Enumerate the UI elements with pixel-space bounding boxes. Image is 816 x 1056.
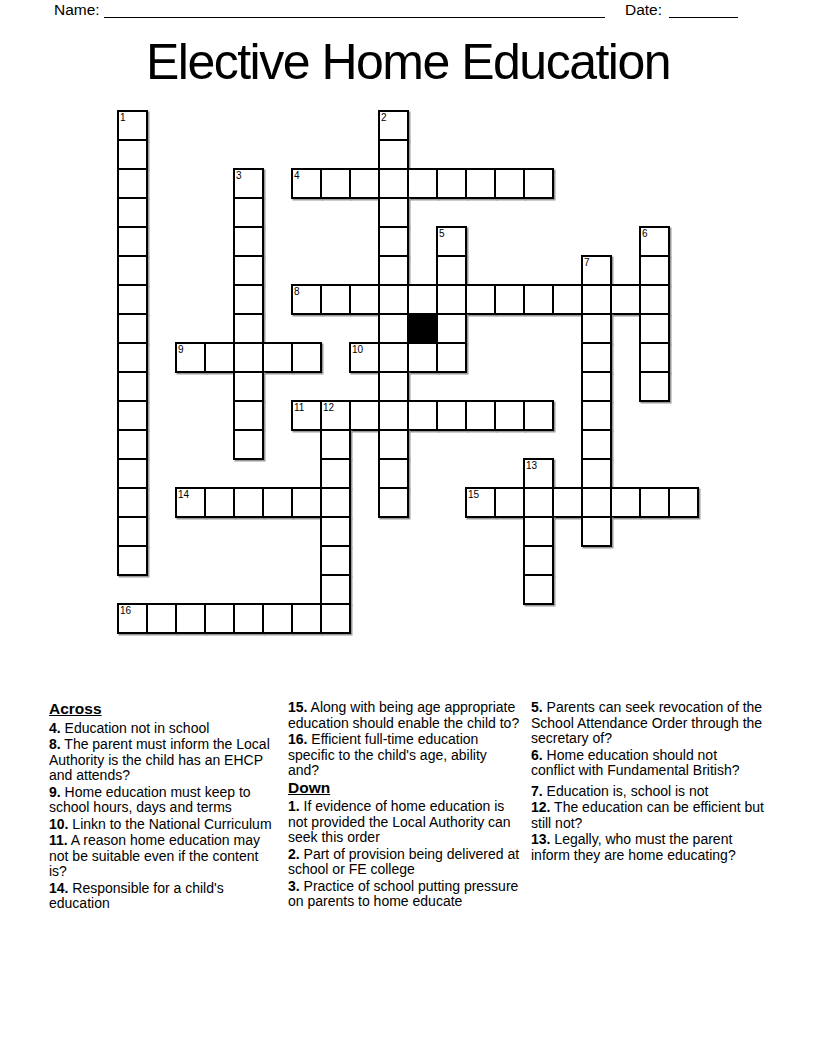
grid-cell[interactable] — [639, 284, 670, 315]
clue: 12. The education can be efficient but s… — [531, 800, 764, 831]
grid-cell[interactable] — [349, 284, 380, 315]
grid-cell[interactable] — [117, 168, 148, 199]
grid-cell[interactable] — [378, 226, 409, 257]
grid-cell[interactable] — [146, 603, 177, 634]
grid-cell[interactable] — [378, 139, 409, 170]
grid-cell[interactable] — [349, 400, 380, 431]
grid-cell[interactable] — [117, 197, 148, 228]
grid-cell[interactable] — [639, 255, 670, 286]
grid-cell[interactable] — [378, 487, 409, 518]
grid-cell[interactable] — [378, 284, 409, 315]
grid-cell[interactable] — [436, 284, 467, 315]
grid-cell[interactable] — [117, 545, 148, 576]
grid-cell[interactable] — [436, 168, 467, 199]
grid-cell[interactable] — [320, 545, 351, 576]
grid-cell[interactable] — [320, 516, 351, 547]
grid-cell[interactable] — [233, 400, 264, 431]
puzzle-title: Elective Home Education — [0, 33, 816, 91]
grid-cell[interactable] — [320, 458, 351, 489]
grid-cell[interactable] — [378, 313, 409, 344]
grid-cell[interactable] — [465, 284, 496, 315]
clue-number: 10. — [49, 816, 68, 832]
clue-column-2: 15. Along with being age appropriate edu… — [288, 700, 521, 913]
grid-cell[interactable] — [552, 284, 583, 315]
grid-cell[interactable] — [117, 400, 148, 431]
clue: 16. Efficient full-time education specif… — [288, 732, 521, 779]
grid-cell[interactable] — [581, 516, 612, 547]
cell-number: 3 — [236, 171, 242, 181]
cell-number: 8 — [294, 287, 300, 297]
clue-number: 9. — [49, 784, 61, 800]
grid-cell[interactable] — [494, 284, 525, 315]
date-label: Date: — [625, 1, 662, 18]
grid-cell[interactable] — [523, 487, 554, 518]
grid-cell[interactable] — [581, 313, 612, 344]
grid-cell-black — [407, 313, 438, 344]
grid-cell[interactable] — [407, 342, 438, 373]
cell-number: 15 — [468, 490, 479, 500]
clue-number: 3. — [288, 878, 300, 894]
clue-list-heading: Down — [288, 780, 521, 796]
grid-cell[interactable] — [233, 284, 264, 315]
worksheet-page: Name: Date: Elective Home Education 1234… — [0, 0, 816, 1056]
clue-number: 16. — [288, 731, 307, 747]
grid-cell[interactable] — [233, 429, 264, 460]
clue: 4. Education not in school — [49, 721, 278, 737]
grid-cell[interactable] — [204, 487, 235, 518]
grid-cell[interactable] — [349, 168, 380, 199]
clues-section: Across4. Education not in school8. The p… — [49, 700, 768, 913]
grid-cell[interactable] — [378, 197, 409, 228]
grid-cell[interactable] — [523, 168, 554, 199]
grid-cell[interactable] — [523, 284, 554, 315]
clue-column-3: 5. Parents can seek revocation of the Sc… — [531, 700, 764, 913]
clue: 1. If evidence of home education is not … — [288, 799, 521, 846]
grid-cell[interactable] — [117, 429, 148, 460]
clue-column-1: Across4. Education not in school8. The p… — [49, 700, 278, 913]
grid-cell[interactable] — [378, 400, 409, 431]
cell-number: 14 — [178, 490, 189, 500]
cell-number: 6 — [642, 229, 648, 239]
cell-number: 9 — [178, 345, 184, 355]
cell-number: 11 — [294, 403, 304, 413]
name-label: Name: — [54, 1, 100, 18]
clue-list-heading: Across — [49, 701, 278, 717]
grid-cell[interactable] — [291, 487, 322, 518]
grid-cell[interactable] — [581, 400, 612, 431]
grid-cell[interactable] — [117, 226, 148, 257]
grid-cell[interactable] — [523, 574, 554, 605]
grid-cell[interactable] — [610, 487, 641, 518]
grid-cell[interactable] — [494, 400, 525, 431]
grid-cell[interactable] — [494, 487, 525, 518]
grid-cell[interactable] — [204, 342, 235, 373]
name-fill-line[interactable] — [104, 0, 605, 18]
clue: 15. Along with being age appropriate edu… — [288, 700, 521, 731]
grid-cell[interactable] — [436, 313, 467, 344]
crossword-grid: 12345678910111213141516 — [117, 110, 699, 634]
grid-cell[interactable] — [407, 168, 438, 199]
grid-cell[interactable] — [378, 458, 409, 489]
grid-cell[interactable] — [320, 487, 351, 518]
grid-cell[interactable] — [523, 400, 554, 431]
clue-number: 13. — [531, 831, 550, 847]
grid-cell[interactable] — [581, 487, 612, 518]
grid-cell[interactable] — [378, 371, 409, 402]
cell-number: 7 — [584, 258, 590, 268]
clue-number: 5. — [531, 699, 543, 715]
clue-number: 6. — [531, 747, 543, 763]
grid-cell[interactable] — [639, 313, 670, 344]
grid-cell[interactable] — [262, 342, 293, 373]
clue-number: 11. — [49, 832, 68, 848]
grid-cell[interactable] — [175, 603, 206, 634]
grid-cell[interactable] — [610, 284, 641, 315]
grid-cell[interactable] — [581, 429, 612, 460]
grid-cell[interactable] — [320, 168, 351, 199]
grid-cell[interactable] — [639, 371, 670, 402]
grid-cell[interactable] — [378, 168, 409, 199]
grid-cell[interactable] — [465, 168, 496, 199]
clue-number: 2. — [288, 846, 300, 862]
cell-number: 1 — [120, 113, 126, 123]
grid-cell[interactable] — [233, 255, 264, 286]
grid-cell[interactable] — [233, 226, 264, 257]
clue: 10. Linkn to the National Curriculum — [49, 817, 278, 833]
grid-cell[interactable] — [523, 516, 554, 547]
clue-number: 12. — [531, 799, 550, 815]
clue-number: 15. — [288, 699, 307, 715]
cell-number: 4 — [294, 171, 300, 181]
grid-cell[interactable] — [523, 545, 554, 576]
grid-cell[interactable] — [291, 342, 322, 373]
grid-cell[interactable] — [320, 429, 351, 460]
grid-cell[interactable] — [436, 400, 467, 431]
grid-cell[interactable] — [117, 139, 148, 170]
grid-cell[interactable] — [320, 284, 351, 315]
grid-cell[interactable] — [552, 487, 583, 518]
grid-cell[interactable] — [233, 603, 264, 634]
grid-cell[interactable] — [581, 458, 612, 489]
grid-cell[interactable] — [320, 574, 351, 605]
clue-number: 4. — [49, 720, 61, 736]
grid-cell[interactable] — [639, 487, 670, 518]
grid-cell[interactable] — [320, 603, 351, 634]
grid-cell[interactable] — [117, 487, 148, 518]
cell-number: 16 — [120, 606, 131, 616]
grid-cell[interactable] — [204, 603, 235, 634]
cell-number: 5 — [439, 229, 445, 239]
clue: 8. The parent must inform the Local Auth… — [49, 737, 278, 784]
grid-cell[interactable] — [233, 313, 264, 344]
grid-cell[interactable] — [117, 255, 148, 286]
grid-cell[interactable] — [233, 197, 264, 228]
grid-cell[interactable] — [117, 371, 148, 402]
clue-number: 7. — [531, 783, 543, 799]
grid-cell[interactable] — [668, 487, 699, 518]
grid-cell[interactable] — [117, 458, 148, 489]
grid-cell[interactable] — [233, 342, 264, 373]
cell-number: 12 — [323, 403, 334, 413]
clue-number: 14. — [49, 880, 68, 896]
clue: 5. Parents can seek revocation of the Sc… — [531, 700, 764, 747]
clue: 9. Home education must keep to school ho… — [49, 785, 278, 816]
grid-cell[interactable] — [407, 400, 438, 431]
clue-number: 8. — [49, 736, 61, 752]
grid-cell[interactable] — [581, 284, 612, 315]
grid-cell[interactable] — [639, 342, 670, 373]
cell-number: 13 — [526, 461, 537, 471]
grid-cell[interactable] — [436, 255, 467, 286]
cell-number: 2 — [381, 113, 387, 123]
grid-cell[interactable] — [117, 342, 148, 373]
clue: 13. Legally, who must the parent inform … — [531, 832, 764, 863]
grid-cell[interactable] — [581, 342, 612, 373]
grid-cell[interactable] — [117, 313, 148, 344]
grid-cell[interactable] — [262, 603, 293, 634]
clue: 6. Home education should not conflict wi… — [531, 748, 764, 779]
grid-cell[interactable] — [262, 487, 293, 518]
date-fill-line[interactable] — [669, 0, 738, 18]
grid-cell[interactable] — [494, 168, 525, 199]
clue: 2. Part of provision being delivered at … — [288, 847, 521, 878]
grid-cell[interactable] — [378, 342, 409, 373]
grid-cell[interactable] — [233, 371, 264, 402]
grid-cell[interactable] — [378, 255, 409, 286]
grid-cell[interactable] — [407, 284, 438, 315]
grid-cell[interactable] — [233, 487, 264, 518]
grid-cell[interactable] — [117, 516, 148, 547]
grid-cell[interactable] — [581, 371, 612, 402]
clue: 7. Education is, school is not — [531, 784, 764, 800]
cell-number: 10 — [352, 345, 363, 355]
clue-number: 1. — [288, 798, 300, 814]
grid-cell[interactable] — [436, 342, 467, 373]
grid-cell[interactable] — [378, 429, 409, 460]
grid-cell[interactable] — [117, 284, 148, 315]
grid-cell[interactable] — [291, 603, 322, 634]
clue: 11. A reason home education may not be s… — [49, 833, 278, 880]
grid-cell[interactable] — [465, 400, 496, 431]
clue: 14. Responsible for a child's education — [49, 881, 278, 912]
clue: 3. Practice of school putting pressure o… — [288, 879, 521, 910]
